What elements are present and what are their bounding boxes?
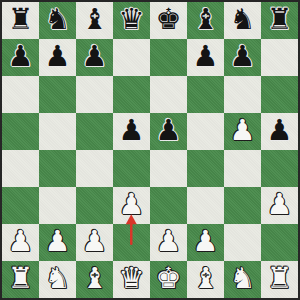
square-b7[interactable]: ♟ (39, 39, 76, 76)
square-g8[interactable]: ♞ (224, 2, 261, 39)
square-f8[interactable]: ♝ (187, 2, 224, 39)
square-g6[interactable] (224, 76, 261, 113)
black-pawn[interactable]: ♟ (230, 42, 256, 71)
black-rook[interactable]: ♜ (8, 5, 34, 34)
square-a7[interactable]: ♟ (2, 39, 39, 76)
white-pawn[interactable]: ♟ (156, 227, 182, 256)
square-e3[interactable] (150, 187, 187, 224)
black-pawn[interactable]: ♟ (45, 42, 71, 71)
square-c7[interactable]: ♟ (76, 39, 113, 76)
white-pawn[interactable]: ♟ (267, 190, 293, 219)
square-c3[interactable] (76, 187, 113, 224)
square-b4[interactable] (39, 150, 76, 187)
white-pawn[interactable]: ♟ (230, 116, 256, 145)
white-rook[interactable]: ♜ (267, 264, 293, 293)
white-knight[interactable]: ♞ (230, 264, 256, 293)
square-d8[interactable]: ♛ (113, 2, 150, 39)
square-d5[interactable]: ♟ (113, 113, 150, 150)
square-e6[interactable] (150, 76, 187, 113)
square-d3[interactable]: ♟ (113, 187, 150, 224)
white-knight[interactable]: ♞ (45, 264, 71, 293)
square-b3[interactable] (39, 187, 76, 224)
square-d1[interactable]: ♛ (113, 261, 150, 298)
square-g7[interactable]: ♟ (224, 39, 261, 76)
square-h5[interactable]: ♟ (261, 113, 298, 150)
square-g4[interactable] (224, 150, 261, 187)
square-f3[interactable] (187, 187, 224, 224)
square-b6[interactable] (39, 76, 76, 113)
white-pawn[interactable]: ♟ (82, 227, 108, 256)
black-rook[interactable]: ♜ (267, 5, 293, 34)
black-king[interactable]: ♚ (156, 5, 182, 34)
square-e7[interactable] (150, 39, 187, 76)
chess-board-wrap: ♜♞♝♛♚♝♞♜♟♟♟♟♟♟♟♟♟♟♟♟♟♟♟♟♜♞♝♛♚♝♞♜ (0, 0, 300, 300)
square-f7[interactable]: ♟ (187, 39, 224, 76)
square-d2[interactable] (113, 224, 150, 261)
black-pawn[interactable]: ♟ (193, 42, 219, 71)
square-a1[interactable]: ♜ (2, 261, 39, 298)
square-a5[interactable] (2, 113, 39, 150)
square-e2[interactable]: ♟ (150, 224, 187, 261)
square-a4[interactable] (2, 150, 39, 187)
square-a6[interactable] (2, 76, 39, 113)
square-a3[interactable] (2, 187, 39, 224)
square-g5[interactable]: ♟ (224, 113, 261, 150)
black-pawn[interactable]: ♟ (156, 116, 182, 145)
black-bishop[interactable]: ♝ (193, 5, 219, 34)
square-c1[interactable]: ♝ (76, 261, 113, 298)
square-c8[interactable]: ♝ (76, 2, 113, 39)
black-pawn[interactable]: ♟ (82, 42, 108, 71)
white-king[interactable]: ♚ (156, 264, 182, 293)
square-e4[interactable] (150, 150, 187, 187)
white-pawn[interactable]: ♟ (193, 227, 219, 256)
square-c2[interactable]: ♟ (76, 224, 113, 261)
square-h3[interactable]: ♟ (261, 187, 298, 224)
white-pawn[interactable]: ♟ (45, 227, 71, 256)
square-g3[interactable] (224, 187, 261, 224)
black-bishop[interactable]: ♝ (82, 5, 108, 34)
square-a8[interactable]: ♜ (2, 2, 39, 39)
square-h7[interactable] (261, 39, 298, 76)
square-g1[interactable]: ♞ (224, 261, 261, 298)
black-knight[interactable]: ♞ (230, 5, 256, 34)
square-f2[interactable]: ♟ (187, 224, 224, 261)
square-b5[interactable] (39, 113, 76, 150)
black-knight[interactable]: ♞ (45, 5, 71, 34)
square-d7[interactable] (113, 39, 150, 76)
square-c5[interactable] (76, 113, 113, 150)
square-h2[interactable] (261, 224, 298, 261)
square-b2[interactable]: ♟ (39, 224, 76, 261)
square-d6[interactable] (113, 76, 150, 113)
square-f1[interactable]: ♝ (187, 261, 224, 298)
square-e1[interactable]: ♚ (150, 261, 187, 298)
square-e8[interactable]: ♚ (150, 2, 187, 39)
white-pawn[interactable]: ♟ (8, 227, 34, 256)
square-d4[interactable] (113, 150, 150, 187)
black-pawn[interactable]: ♟ (267, 116, 293, 145)
square-f5[interactable] (187, 113, 224, 150)
black-pawn[interactable]: ♟ (8, 42, 34, 71)
square-c4[interactable] (76, 150, 113, 187)
square-e5[interactable]: ♟ (150, 113, 187, 150)
square-f4[interactable] (187, 150, 224, 187)
chess-board: ♜♞♝♛♚♝♞♜♟♟♟♟♟♟♟♟♟♟♟♟♟♟♟♟♜♞♝♛♚♝♞♜ (0, 0, 300, 300)
square-b1[interactable]: ♞ (39, 261, 76, 298)
square-h8[interactable]: ♜ (261, 2, 298, 39)
white-queen[interactable]: ♛ (119, 264, 145, 293)
square-h1[interactable]: ♜ (261, 261, 298, 298)
black-pawn[interactable]: ♟ (119, 116, 145, 145)
white-bishop[interactable]: ♝ (82, 264, 108, 293)
square-c6[interactable] (76, 76, 113, 113)
square-h6[interactable] (261, 76, 298, 113)
white-bishop[interactable]: ♝ (193, 264, 219, 293)
square-g2[interactable] (224, 224, 261, 261)
white-rook[interactable]: ♜ (8, 264, 34, 293)
white-pawn[interactable]: ♟ (119, 190, 145, 219)
square-a2[interactable]: ♟ (2, 224, 39, 261)
square-f6[interactable] (187, 76, 224, 113)
square-h4[interactable] (261, 150, 298, 187)
black-queen[interactable]: ♛ (119, 5, 145, 34)
square-b8[interactable]: ♞ (39, 2, 76, 39)
